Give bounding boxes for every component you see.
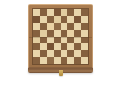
- square-c1[interactable]: [47, 57, 54, 64]
- square-a5[interactable]: [33, 30, 40, 37]
- square-b6[interactable]: [40, 23, 47, 30]
- square-h4[interactable]: [81, 37, 88, 44]
- square-d6[interactable]: [54, 23, 61, 30]
- square-e7[interactable]: [61, 16, 68, 23]
- square-a3[interactable]: [33, 43, 40, 50]
- square-h7[interactable]: [81, 16, 88, 23]
- square-b4[interactable]: [40, 37, 47, 44]
- square-f3[interactable]: [67, 43, 74, 50]
- square-a8[interactable]: [33, 9, 40, 16]
- square-a7[interactable]: [33, 16, 40, 23]
- square-h8[interactable]: [81, 9, 88, 16]
- square-d4[interactable]: [54, 37, 61, 44]
- square-g7[interactable]: [74, 16, 81, 23]
- square-h2[interactable]: [81, 50, 88, 57]
- square-f5[interactable]: [67, 30, 74, 37]
- square-e3[interactable]: [61, 43, 68, 50]
- square-c3[interactable]: [47, 43, 54, 50]
- square-d8[interactable]: [54, 9, 61, 16]
- product-photo-background: [0, 0, 120, 90]
- square-g1[interactable]: [74, 57, 81, 64]
- square-h3[interactable]: [81, 43, 88, 50]
- square-e6[interactable]: [61, 23, 68, 30]
- square-f4[interactable]: [67, 37, 74, 44]
- board-side-edge: [28, 68, 93, 73]
- square-e8[interactable]: [61, 9, 68, 16]
- square-c2[interactable]: [47, 50, 54, 57]
- square-h1[interactable]: [81, 57, 88, 64]
- brass-clasp: [59, 70, 63, 76]
- square-b3[interactable]: [40, 43, 47, 50]
- square-b8[interactable]: [40, 9, 47, 16]
- square-a4[interactable]: [33, 37, 40, 44]
- fold-seam: [29, 37, 92, 38]
- square-c7[interactable]: [47, 16, 54, 23]
- square-e5[interactable]: [61, 30, 68, 37]
- square-e1[interactable]: [61, 57, 68, 64]
- chessboard: [28, 4, 93, 68]
- square-h5[interactable]: [81, 30, 88, 37]
- square-c5[interactable]: [47, 30, 54, 37]
- square-g3[interactable]: [74, 43, 81, 50]
- square-f6[interactable]: [67, 23, 74, 30]
- square-a6[interactable]: [33, 23, 40, 30]
- square-d3[interactable]: [54, 43, 61, 50]
- square-c8[interactable]: [47, 9, 54, 16]
- square-h6[interactable]: [81, 23, 88, 30]
- square-g4[interactable]: [74, 37, 81, 44]
- square-c4[interactable]: [47, 37, 54, 44]
- square-f2[interactable]: [67, 50, 74, 57]
- square-g6[interactable]: [74, 23, 81, 30]
- square-b7[interactable]: [40, 16, 47, 23]
- square-b1[interactable]: [40, 57, 47, 64]
- square-b2[interactable]: [40, 50, 47, 57]
- square-f8[interactable]: [67, 9, 74, 16]
- square-g5[interactable]: [74, 30, 81, 37]
- square-e4[interactable]: [61, 37, 68, 44]
- square-f1[interactable]: [67, 57, 74, 64]
- square-e2[interactable]: [61, 50, 68, 57]
- square-f7[interactable]: [67, 16, 74, 23]
- square-g2[interactable]: [74, 50, 81, 57]
- square-g8[interactable]: [74, 9, 81, 16]
- square-d1[interactable]: [54, 57, 61, 64]
- square-a1[interactable]: [33, 57, 40, 64]
- square-a2[interactable]: [33, 50, 40, 57]
- square-b5[interactable]: [40, 30, 47, 37]
- square-d2[interactable]: [54, 50, 61, 57]
- square-d7[interactable]: [54, 16, 61, 23]
- square-d5[interactable]: [54, 30, 61, 37]
- square-c6[interactable]: [47, 23, 54, 30]
